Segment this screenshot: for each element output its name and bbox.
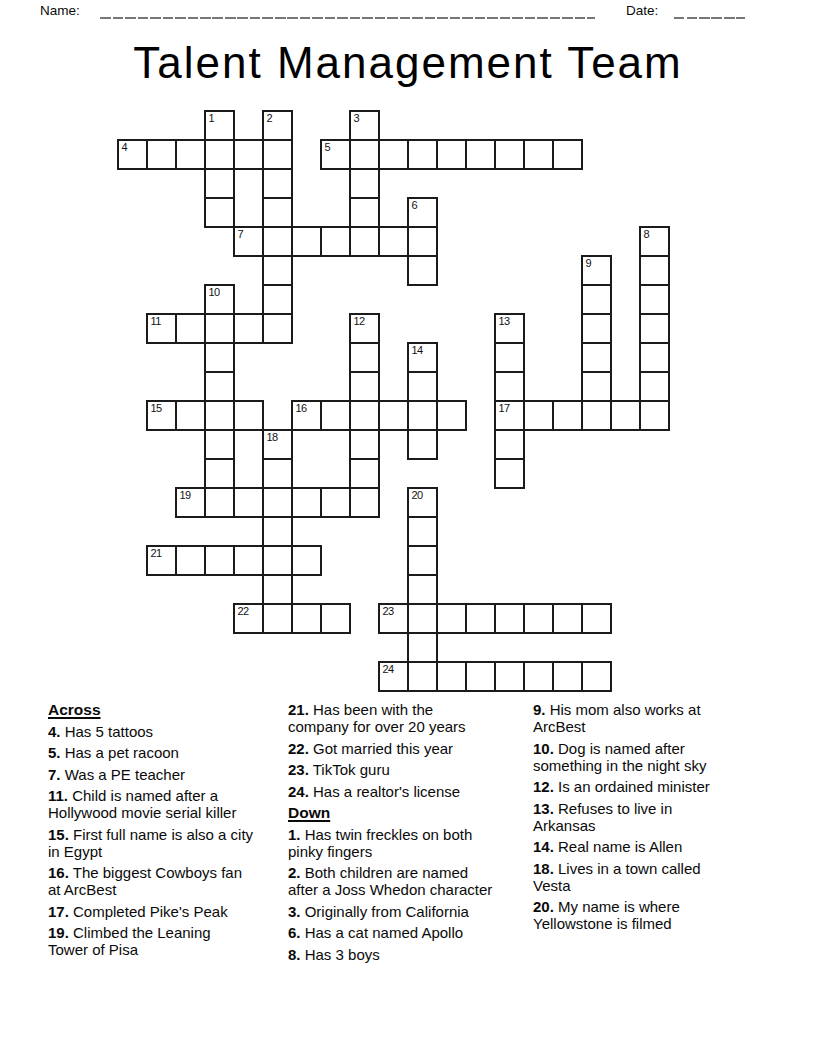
grid-cell[interactable] [639,342,670,373]
clue-number: 7. [48,766,61,783]
grid-cell[interactable]: 18 [262,429,293,460]
puzzle-title: Talent Management Team [0,36,816,90]
grid-cell[interactable] [291,603,322,634]
grid-cell[interactable] [523,603,554,634]
grid-cell[interactable] [610,400,641,431]
grid-cell[interactable] [262,458,293,489]
grid-cell[interactable]: 17 [494,400,525,431]
clue-number: 22. [288,740,309,757]
grid-cell[interactable] [581,661,612,692]
clue-down-3: 3. Originally from California [288,903,497,920]
grid-cell[interactable]: 13 [494,313,525,344]
grid-cell[interactable] [262,197,293,228]
grid-cell[interactable] [291,487,322,518]
grid-cell[interactable] [291,226,322,257]
grid-cell[interactable] [407,545,438,576]
clue-number: 24. [288,783,309,800]
clue-down-14: 14. Real name is Allen [533,838,733,855]
grid-cell[interactable] [262,226,293,257]
grid-cell[interactable] [204,429,235,460]
clue-number: 21. [288,701,309,718]
grid-cell[interactable]: 4 [117,139,148,170]
grid-cell[interactable] [407,226,438,257]
grid-cell[interactable] [523,139,554,170]
grid-cell[interactable] [320,487,351,518]
grid-cell[interactable] [407,632,438,663]
clue-down-20: 20. My name is where Yellowstone is film… [533,898,733,932]
grid-cell[interactable] [552,603,583,634]
worksheet-page: Name: Date: Talent Management Team 12345… [0,0,816,1056]
cell-number: 6 [412,200,418,211]
cell-number: 1 [209,113,215,124]
grid-cell[interactable]: 8 [639,226,670,257]
clue-number: 18. [533,860,554,877]
clue-across-21: 21. Has been with the company for over 2… [288,701,497,735]
clue-down-13: 13. Refuses to live in Arkansas [533,800,733,834]
clue-across-16: 16. The biggest Cowboys fan at ArcBest [48,864,254,898]
grid-cell[interactable] [407,255,438,286]
grid-cell[interactable] [494,371,525,402]
grid-cell[interactable] [581,603,612,634]
date-blank-line [674,17,745,19]
grid-cell[interactable] [436,661,467,692]
cell-number: 8 [644,229,650,240]
grid-cell[interactable] [349,168,380,199]
clue-number: 5. [48,744,61,761]
grid-cell[interactable] [349,342,380,373]
grid-cell[interactable] [349,400,380,431]
cell-number: 13 [499,316,510,327]
grid-cell[interactable] [349,429,380,460]
clue-down-12: 12. Is an ordained minister [533,778,733,795]
grid-cell[interactable] [494,342,525,373]
name-blank-line [100,17,595,19]
grid-cell[interactable] [436,603,467,634]
clue-column-3: 9. His mom also works at ArcBest10. Dog … [533,701,733,937]
grid-cell[interactable] [465,603,496,634]
grid-cell[interactable] [494,139,525,170]
grid-cell[interactable] [639,313,670,344]
grid-cell[interactable] [349,139,380,170]
grid-cell[interactable] [494,429,525,460]
clue-across-4: 4. Has 5 tattoos [48,723,254,740]
grid-cell[interactable]: 12 [349,313,380,344]
grid-cell[interactable] [378,226,409,257]
cell-number: 9 [586,258,592,269]
clue-across-11: 11. Child is named after a Hollywood mov… [48,787,254,821]
grid-cell[interactable]: 24 [378,661,409,692]
clue-across-23: 23. TikTok guru [288,761,497,778]
grid-cell[interactable] [436,139,467,170]
grid-cell[interactable] [233,139,264,170]
clue-number: 2. [288,864,301,881]
grid-cell[interactable] [552,661,583,692]
across-heading: Across [48,701,254,718]
grid-cell[interactable] [175,400,206,431]
clue-column-1: Across4. Has 5 tattoos5. Has a pet racoo… [48,701,254,963]
clue-number: 6. [288,924,301,941]
grid-cell[interactable] [407,400,438,431]
clue-number: 8. [288,946,301,963]
grid-cell[interactable]: 20 [407,487,438,518]
grid-cell[interactable] [262,313,293,344]
grid-cell[interactable] [204,342,235,373]
grid-cell[interactable]: 14 [407,342,438,373]
grid-cell[interactable] [204,139,235,170]
grid-cell[interactable] [407,429,438,460]
grid-cell[interactable] [349,226,380,257]
grid-cell[interactable]: 6 [407,197,438,228]
grid-cell[interactable]: 15 [146,400,177,431]
grid-cell[interactable] [581,371,612,402]
clue-number: 23. [288,761,309,778]
grid-cell[interactable] [378,400,409,431]
cell-number: 17 [499,403,510,414]
grid-cell[interactable] [465,661,496,692]
clue-down-6: 6. Has a cat named Apollo [288,924,497,941]
grid-cell[interactable] [262,574,293,605]
cell-number: 16 [296,403,307,414]
grid-cell[interactable]: 3 [349,110,380,141]
grid-cell[interactable] [581,313,612,344]
grid-cell[interactable] [204,371,235,402]
grid-cell[interactable] [523,661,554,692]
grid-cell[interactable] [494,458,525,489]
grid-cell[interactable] [349,487,380,518]
grid-cell[interactable] [436,400,467,431]
grid-cell[interactable] [204,545,235,576]
grid-cell[interactable] [378,139,409,170]
date-label: Date: [626,3,658,19]
cell-number: 23 [383,606,394,617]
grid-cell[interactable] [233,313,264,344]
grid-cell[interactable] [349,197,380,228]
crossword-grid: 123456789101112131415161718192021222324 [117,110,670,692]
clue-across-17: 17. Completed Pike's Peak [48,903,254,920]
cell-number: 21 [151,548,162,559]
cell-number: 11 [151,316,161,327]
cell-number: 20 [412,490,423,501]
grid-cell[interactable] [204,458,235,489]
clue-number: 13. [533,800,554,817]
cell-number: 4 [122,142,128,153]
grid-cell[interactable] [407,139,438,170]
grid-cell[interactable] [465,139,496,170]
clue-across-5: 5. Has a pet racoon [48,744,254,761]
cell-number: 5 [325,142,331,153]
grid-cell[interactable] [494,603,525,634]
clue-down-1: 1. Has twin freckles on both pinky finge… [288,826,497,860]
cell-number: 12 [354,316,365,327]
clue-number: 1. [288,826,301,843]
grid-cell[interactable] [175,545,206,576]
grid-cell[interactable] [262,139,293,170]
grid-cell[interactable] [349,458,380,489]
clue-number: 3. [288,903,301,920]
cell-number: 10 [209,287,220,298]
grid-cell[interactable] [233,400,264,431]
clue-down-8: 8. Has 3 boys [288,946,497,963]
name-label: Name: [40,3,80,19]
cell-number: 15 [151,403,162,414]
clue-across-7: 7. Was a PE teacher [48,766,254,783]
clue-across-15: 15. First full name is also a city in Eg… [48,826,254,860]
clue-number: 10. [533,740,554,757]
cell-number: 2 [267,113,273,124]
clue-number: 17. [48,903,69,920]
grid-cell[interactable]: 22 [233,603,264,634]
clue-number: 4. [48,723,61,740]
grid-cell[interactable] [581,284,612,315]
grid-cell[interactable]: 16 [291,400,322,431]
grid-cell[interactable] [639,284,670,315]
cell-number: 3 [354,113,360,124]
grid-cell[interactable]: 23 [378,603,409,634]
clue-across-24: 24. Has a realtor's license [288,783,497,800]
grid-cell[interactable] [175,313,206,344]
clue-down-9: 9. His mom also works at ArcBest [533,701,733,735]
grid-cell[interactable] [639,255,670,286]
clue-number: 12. [533,778,554,795]
clue-down-10: 10. Dog is named after something in the … [533,740,733,774]
grid-cell[interactable] [407,603,438,634]
clue-across-19: 19. Climbed the Leaning Tower of Pisa [48,924,254,958]
grid-cell[interactable] [581,342,612,373]
cell-number: 19 [180,490,191,501]
grid-cell[interactable] [262,255,293,286]
grid-cell[interactable] [262,516,293,547]
grid-cell[interactable]: 10 [204,284,235,315]
grid-cell[interactable] [407,371,438,402]
grid-cell[interactable]: 1 [204,110,235,141]
grid-cell[interactable] [204,197,235,228]
clue-down-18: 18. Lives in a town called Vesta [533,860,733,894]
clue-column-2: 21. Has been with the company for over 2… [288,701,497,967]
grid-cell[interactable] [204,487,235,518]
grid-cell[interactable] [204,168,235,199]
grid-cell[interactable] [639,371,670,402]
cell-number: 14 [412,345,423,356]
grid-cell[interactable] [233,545,264,576]
grid-cell[interactable]: 5 [320,139,351,170]
grid-cell[interactable] [233,487,264,518]
grid-cell[interactable] [523,400,554,431]
grid-cell[interactable] [262,284,293,315]
down-heading: Down [288,804,497,821]
grid-cell[interactable] [320,226,351,257]
grid-cell[interactable]: 11 [146,313,177,344]
grid-cell[interactable]: 7 [233,226,264,257]
grid-cell[interactable] [262,603,293,634]
clue-number: 20. [533,898,554,915]
grid-cell[interactable]: 9 [581,255,612,286]
grid-cell[interactable] [291,545,322,576]
clue-down-2: 2. Both children are named after a Joss … [288,864,497,898]
grid-cell[interactable] [204,400,235,431]
clue-number: 19. [48,924,69,941]
grid-cell[interactable] [407,574,438,605]
grid-cell[interactable] [407,661,438,692]
cell-number: 18 [267,432,278,443]
clue-number: 9. [533,701,546,718]
cell-number: 7 [238,229,244,240]
grid-cell[interactable] [552,139,583,170]
grid-cell[interactable] [204,313,235,344]
clue-number: 14. [533,838,554,855]
clue-across-22: 22. Got married this year [288,740,497,757]
grid-cell[interactable] [320,400,351,431]
grid-cell[interactable]: 21 [146,545,177,576]
grid-cell[interactable] [639,400,670,431]
grid-cell[interactable] [146,139,177,170]
grid-cell[interactable] [262,168,293,199]
clue-number: 16. [48,864,69,881]
grid-cell[interactable] [494,661,525,692]
grid-cell[interactable] [175,139,206,170]
grid-cell[interactable]: 2 [262,110,293,141]
clue-number: 15. [48,826,69,843]
grid-cell[interactable]: 19 [175,487,206,518]
grid-cell[interactable] [320,603,351,634]
grid-cell[interactable] [581,400,612,431]
cell-number: 24 [383,664,394,675]
grid-cell[interactable] [407,516,438,547]
cell-number: 22 [238,606,249,617]
grid-cell[interactable] [552,400,583,431]
grid-cell[interactable] [349,371,380,402]
clue-number: 11. [48,787,68,804]
grid-cell[interactable] [262,545,293,576]
grid-cell[interactable] [262,487,293,518]
